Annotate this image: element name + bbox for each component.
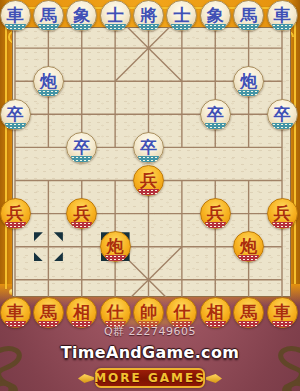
piece-red-soldier[interactable]: 兵 [267,198,298,229]
piece-black-chariot[interactable]: 車 [267,0,298,31]
piece-black-soldier[interactable]: 卒 [267,99,298,130]
piece-black-horse[interactable]: 馬 [33,0,64,31]
piece-red-soldier[interactable]: 兵 [0,198,31,229]
piece-red-soldier[interactable]: 兵 [133,165,164,196]
piece-black-general[interactable]: 將 [133,0,164,31]
piece-black-horse[interactable]: 馬 [233,0,264,31]
frame-trim-right [294,7,296,284]
more-games-label: MORE GAMES [94,371,206,385]
piece-black-soldier[interactable]: 卒 [0,99,31,130]
xiangqi-game-window: 車馬象士將士象馬車炮炮卒卒卒卒卒兵兵兵兵兵炮炮車馬相仕帥仕相馬車 Q群 2227… [0,0,300,391]
qq-group-label: Q群 222749605 [0,324,300,339]
piece-red-cannon[interactable]: 炮 [100,231,131,262]
piece-black-soldier[interactable]: 卒 [133,132,164,163]
piece-black-elephant[interactable]: 象 [66,0,97,31]
piece-black-cannon[interactable]: 炮 [33,66,64,97]
more-games-button[interactable]: MORE GAMES [95,368,205,388]
button-ornament-left [78,374,94,383]
piece-black-cannon[interactable]: 炮 [233,66,264,97]
button-ornament-right [206,374,222,383]
piece-black-advisor[interactable]: 士 [166,0,197,31]
piece-black-soldier[interactable]: 卒 [66,132,97,163]
frame-trim-left [5,7,7,289]
piece-red-soldier[interactable]: 兵 [200,198,231,229]
piece-black-elephant[interactable]: 象 [200,0,231,31]
last-move-marker-from [34,232,63,261]
site-link[interactable]: TimeAndGame.com [0,343,300,362]
piece-black-advisor[interactable]: 士 [100,0,131,31]
piece-black-soldier[interactable]: 卒 [200,99,231,130]
piece-black-chariot[interactable]: 車 [0,0,31,31]
